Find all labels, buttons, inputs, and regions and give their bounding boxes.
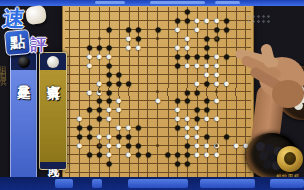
board-cell [114,150,124,159]
board-cell [124,88,134,97]
board-cell [134,96,144,105]
white-stone: ● [212,61,222,70]
board-cell [65,168,75,177]
board-cell: ● [202,105,212,114]
board-cell [231,7,241,16]
board-cell: ● [192,123,202,132]
board-cell [134,132,144,141]
board-cell: ● [202,96,212,105]
board-cell: ● [104,70,114,79]
board-cell: ● [94,88,104,97]
board-cell: ● [104,141,114,150]
board-cell [75,88,85,97]
board-cell [153,105,163,114]
black-stone: ● [134,25,144,34]
black-stone: ● [202,132,212,141]
black-stone: ● [182,141,192,150]
board-cell [163,43,173,52]
board-cell [163,123,173,132]
board-cell [212,43,222,52]
white-stone: ● [134,43,144,52]
white-stone: ● [114,96,124,105]
black-stone: ● [85,43,95,52]
black-stone: ● [182,159,192,168]
board-cell [75,52,85,61]
board-cell: ● [173,16,183,25]
board-cell: ● [104,25,114,34]
white-stone: ● [94,79,104,88]
black-stone: ● [192,52,202,61]
board-cell: ● [85,132,95,141]
board-cell [231,123,241,132]
board-cell: ● [75,123,85,132]
board-cell [124,168,134,177]
board-cell: ● [212,61,222,70]
board-cell: ● [222,132,232,141]
board-cell [153,34,163,43]
board-cell: ● [182,141,192,150]
white-stone: ● [212,141,222,150]
black-stone: ● [173,96,183,105]
board-cell [241,132,251,141]
board-cell: ● [182,159,192,168]
board-cell [202,159,212,168]
board-cell: ● [85,88,95,97]
black-stone: ● [134,150,144,159]
board-cell: ● [173,25,183,34]
board-cell: ● [182,52,192,61]
black-stone: ● [173,123,183,132]
black-stone: ● [153,25,163,34]
board-cell [212,132,222,141]
black-stone: ● [173,16,183,25]
board-cell: ● [94,52,104,61]
board-cell: ● [212,79,222,88]
board-cell: ● [104,105,114,114]
board-cell [173,141,183,150]
black-stone: ● [104,159,114,168]
board-cell: ● [192,105,202,114]
black-stone: ● [114,132,124,141]
board-cell: ● [124,25,134,34]
board-cell [143,16,153,25]
board-cell [173,7,183,16]
board-cell [173,79,183,88]
board-cell: ● [192,16,202,25]
board-cell: ● [124,34,134,43]
board-cell [241,25,251,34]
white-stone: ● [192,25,202,34]
board-cell: ● [192,61,202,70]
board-cell [124,96,134,105]
go-board-grid: ●●●●●●●●●●●●●●●●●●●●●●●●●●●●●●●●●●●●●●●●… [65,7,251,177]
board-cell [85,141,95,150]
board-cell [202,123,212,132]
board-cell: ● [85,123,95,132]
board-cell [153,61,163,70]
board-cell: ● [173,105,183,114]
board-cell [104,168,114,177]
white-stone: ● [192,16,202,25]
board-cell [85,7,95,16]
board-cell [222,141,232,150]
board-cell: ● [173,150,183,159]
board-cell [163,132,173,141]
board-cell [94,25,104,34]
board-cell [85,96,95,105]
black-stone: ● [94,43,104,52]
board-cell: ● [192,114,202,123]
black-stone: ● [104,25,114,34]
board-cell [143,105,153,114]
board-cell: ● [163,150,173,159]
black-stone: ● [143,150,153,159]
board-cell: ● [124,141,134,150]
board-cell [85,34,95,43]
black-stone: ● [94,96,104,105]
board-cell [153,7,163,16]
black-stone: ● [192,105,202,114]
board-cell [192,34,202,43]
board-cell [143,70,153,79]
black-stone: ● [212,25,222,34]
black-stone: ● [94,114,104,123]
board-cell [134,7,144,16]
white-stone: ● [231,141,241,150]
board-cell [182,25,192,34]
board-cell [192,168,202,177]
board-cell [124,52,134,61]
board-cell [231,132,241,141]
board-cell [124,70,134,79]
board-cell: ● [104,61,114,70]
board-cell [202,168,212,177]
board-cell [65,16,75,25]
white-stone: ● [202,150,212,159]
board-cell [222,159,232,168]
white-stone: ● [192,150,202,159]
white-stone: ● [192,79,202,88]
timeline-segment [270,179,304,188]
board-cell [163,7,173,16]
board-cell [75,16,85,25]
black-stone: ● [94,141,104,150]
black-stone: ● [202,96,212,105]
board-cell [75,79,85,88]
board-cell [114,25,124,34]
white-stone: ● [94,88,104,97]
board-cell [134,70,144,79]
board-cell [173,168,183,177]
board-cell [153,159,163,168]
board-cell: ● [104,43,114,52]
board-cell [104,123,114,132]
board-cell [153,168,163,177]
board-cell: ● [94,79,104,88]
board-cell: ● [104,79,114,88]
board-cell: ● [94,132,104,141]
black-stone: ● [182,88,192,97]
white-stone: ● [153,96,163,105]
bottom-timeline-bar[interactable] [0,177,304,190]
board-cell [94,61,104,70]
white-stone: ● [212,114,222,123]
go-board: ●●●●●●●●●●●●●●●●●●●●●●●●●●●●●●●●●●●●●●●●… [62,4,254,180]
logo-char-bottom: 評 [31,35,47,56]
board-cell [173,34,183,43]
board-cell [231,114,241,123]
board-cell [143,123,153,132]
board-cell [65,43,75,52]
board-cell [212,168,222,177]
board-cell: ● [85,61,95,70]
black-stone: ● [85,150,95,159]
board-cell [114,7,124,16]
timeline-segment [128,179,188,188]
board-cell: ● [182,96,192,105]
board-cell: ● [94,96,104,105]
board-cell [94,168,104,177]
board-cell: ● [134,141,144,150]
black-stone: ● [182,96,192,105]
black-stone: ● [134,123,144,132]
board-cell [124,16,134,25]
board-cell [153,150,163,159]
white-stone: ● [212,150,222,159]
white-stone: ● [202,70,212,79]
board-cell [153,79,163,88]
board-cell [163,105,173,114]
video-frame[interactable]: ●●●●●●●●●●●●●●●●●●●●●●●●●●●●●●●●●●●●●●●●… [0,0,304,190]
board-cell [163,159,173,168]
black-stone: ● [124,25,134,34]
board-cell [134,52,144,61]
board-cell [212,7,222,16]
board-cell [163,70,173,79]
logo-blue-tile: 點 [4,29,31,56]
board-cell [75,96,85,105]
board-cell: ● [182,132,192,141]
board-cell: ● [104,88,114,97]
board-cell [124,61,134,70]
board-cell [173,132,183,141]
board-cell: ● [202,132,212,141]
black-stone: ● [85,123,95,132]
board-cell [85,79,95,88]
channel-seal-badge [277,146,303,172]
timeline-segment [92,179,102,188]
board-cell [153,141,163,150]
board-cell [75,70,85,79]
board-cell [65,7,75,16]
board-cell [85,159,95,168]
board-cell: ● [173,61,183,70]
board-cell: ● [182,88,192,97]
black-stone: ● [104,43,114,52]
black-stone: ● [124,132,134,141]
board-cell [163,52,173,61]
white-stone: ● [202,61,212,70]
board-cell: ● [104,96,114,105]
board-cell: ● [192,79,202,88]
black-stone: ● [173,159,183,168]
board-cell: ● [143,150,153,159]
board-cell [143,52,153,61]
white-stone: ● [85,88,95,97]
board-cell [192,159,202,168]
white-stone: ● [124,123,134,132]
board-cell [75,150,85,159]
black-stones-in-bowl [256,142,265,151]
progress-segment [150,1,205,4]
white-stone: ● [212,70,222,79]
board-cell [163,16,173,25]
board-cell: ● [182,150,192,159]
board-cell: ● [173,114,183,123]
board-cell: ● [75,141,85,150]
board-cell: ● [192,25,202,34]
board-cell [85,168,95,177]
board-cell [114,61,124,70]
board-cell: ● [114,141,124,150]
board-cell [212,105,222,114]
player-hand [228,42,304,112]
board-cell: ● [124,150,134,159]
white-stone: ● [104,141,114,150]
board-cell [173,70,183,79]
board-cell: ● [94,114,104,123]
board-cell [94,123,104,132]
board-cell [75,61,85,70]
black-stone: ● [222,25,232,34]
white-stone: ● [114,105,124,114]
white-stone: ● [173,25,183,34]
board-cell [153,132,163,141]
board-cell [192,96,202,105]
white-stone: ● [104,114,114,123]
board-cell: ● [75,132,85,141]
board-cell: ● [153,96,163,105]
board-cell [153,123,163,132]
black-stone: ● [182,16,192,25]
board-cell: ● [114,132,124,141]
board-cell [143,159,153,168]
board-cell: ● [94,43,104,52]
black-stone: ● [222,16,232,25]
white-stone: ● [104,105,114,114]
black-stone: ● [222,132,232,141]
board-cell [241,123,251,132]
white-stone: ● [75,114,85,123]
board-cell: ● [192,132,202,141]
board-cell [153,114,163,123]
board-cell: ● [202,114,212,123]
black-stone: ● [173,61,183,70]
board-cell: ● [202,150,212,159]
board-cell [85,16,95,25]
white-stone: ● [85,52,95,61]
board-cell [114,16,124,25]
board-cell: ● [85,105,95,114]
black-stone: ● [114,79,124,88]
board-cell [124,159,134,168]
white-stone: ● [173,105,183,114]
board-cell: ● [85,150,95,159]
board-cell [143,114,153,123]
board-cell [75,43,85,52]
board-cell [202,88,212,97]
board-cell: ● [124,132,134,141]
board-cell [85,70,95,79]
board-cell [222,114,232,123]
black-stone: ● [94,105,104,114]
board-cell [85,25,95,34]
white-stone: ● [192,61,202,70]
white-stone: ● [202,16,212,25]
board-cell: ● [202,141,212,150]
board-cell: ● [104,114,114,123]
board-cell: ● [85,43,95,52]
board-cell: ● [212,25,222,34]
board-cell: ● [75,114,85,123]
board-cell: ● [173,159,183,168]
board-cell [143,34,153,43]
black-stone: ● [85,132,95,141]
black-stone: ● [104,88,114,97]
black-stone: ● [182,7,192,16]
board-cell [143,88,153,97]
black-stone: ● [202,34,212,43]
white-stone: ● [104,52,114,61]
black-stone: ● [134,141,144,150]
board-cell: ● [212,52,222,61]
board-cell: ● [212,70,222,79]
board-cell [143,61,153,70]
board-cell [104,34,114,43]
board-cell: ● [104,159,114,168]
board-cell: ● [212,96,222,105]
board-cell: ● [114,96,124,105]
board-cell [75,159,85,168]
board-cell [143,132,153,141]
board-cell: ● [173,96,183,105]
board-cell: ● [222,16,232,25]
board-cell [153,88,163,97]
white-stone: ● [94,52,104,61]
board-cell [163,79,173,88]
board-cell [241,114,251,123]
board-cell [94,159,104,168]
board-cell: ● [173,52,183,61]
timeline-segment [55,179,73,188]
white-stone: ● [182,61,192,70]
board-cell [114,168,124,177]
board-cell [192,70,202,79]
board-cell [114,88,124,97]
board-cell [182,70,192,79]
board-cell [153,43,163,52]
white-stone: ● [75,141,85,150]
board-cell [104,7,114,16]
black-stone: ● [192,88,202,97]
board-cell: ● [182,114,192,123]
white-stone: ● [124,43,134,52]
board-cell [163,114,173,123]
board-cell [163,96,173,105]
white-stone: ● [212,52,222,61]
black-stone: ● [163,150,173,159]
white-stone: ● [114,123,124,132]
